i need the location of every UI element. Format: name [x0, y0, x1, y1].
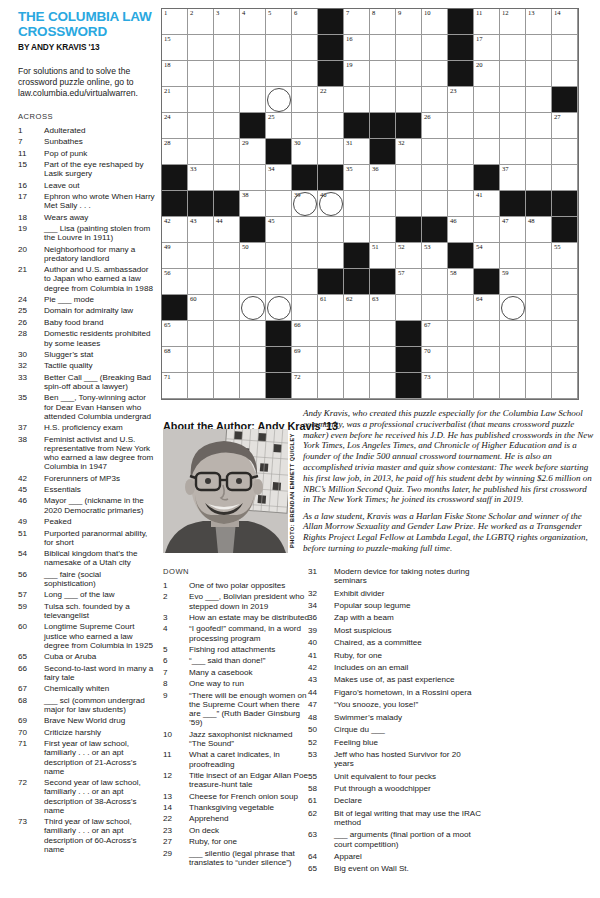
clue-text: Pop of punk: [44, 149, 155, 158]
grid-cell[interactable]: [214, 61, 240, 87]
clue-text: Chaired, as a committee: [334, 638, 482, 647]
grid-cell[interactable]: [396, 61, 422, 87]
grid-cell[interactable]: 29: [240, 139, 266, 165]
clue-number: 5: [163, 645, 189, 654]
black-cell: [526, 191, 552, 217]
clue-number: 52: [308, 738, 334, 747]
grid-cell[interactable]: [526, 61, 552, 87]
grid-cell[interactable]: [292, 113, 318, 139]
grid-cell[interactable]: [448, 347, 474, 373]
grid-cell[interactable]: [526, 269, 552, 295]
grid-cell[interactable]: [526, 35, 552, 61]
grid-cell[interactable]: [266, 191, 292, 217]
cell-number: 65: [164, 322, 171, 329]
grid-cell[interactable]: 66: [292, 321, 318, 347]
grid-cell[interactable]: [266, 269, 292, 295]
grid-cell[interactable]: 44: [214, 217, 240, 243]
grid-cell[interactable]: [344, 373, 370, 399]
grid-cell[interactable]: 2: [188, 9, 214, 35]
grid-cell[interactable]: 73: [422, 373, 448, 399]
clue-number: 27: [163, 837, 189, 846]
grid-cell[interactable]: [370, 217, 396, 243]
clue-text: ___ silentio (legal phrase that translat…: [189, 849, 311, 867]
grid-cell[interactable]: 5: [266, 9, 292, 35]
black-cell: [318, 165, 344, 191]
grid-cell[interactable]: 56: [162, 269, 188, 295]
grid-cell[interactable]: [370, 61, 396, 87]
clue-number: 30: [18, 350, 44, 359]
clue-text: Tulsa sch. founded by a televangelist: [44, 602, 155, 620]
grid-cell[interactable]: 28: [162, 139, 188, 165]
grid-cell[interactable]: [422, 191, 448, 217]
grid-cell[interactable]: 51: [370, 243, 396, 269]
grid-cell[interactable]: 58: [448, 269, 474, 295]
grid-cell[interactable]: [240, 269, 266, 295]
cell-number: 26: [424, 114, 431, 121]
grid-cell[interactable]: [474, 113, 500, 139]
grid-cell[interactable]: [422, 139, 448, 165]
grid-cell[interactable]: [500, 87, 526, 113]
grid-cell[interactable]: [500, 35, 526, 61]
grid-cell[interactable]: 40: [318, 191, 344, 217]
clue-text: Pie ___ mode: [44, 295, 155, 304]
clue-number: 31: [308, 567, 334, 585]
grid-cell[interactable]: [396, 35, 422, 61]
grid-cell[interactable]: [266, 87, 292, 113]
grid-cell[interactable]: 16: [344, 35, 370, 61]
left-column: THE COLUMBIA LAW CROSSWORD BY ANDY KRAVI…: [18, 9, 155, 856]
across-clue-66: 66Second-to-last word in many a fairy ta…: [18, 664, 155, 682]
clue-number: 1: [163, 581, 189, 590]
across-clue-1: 1Adulterated: [18, 126, 155, 135]
clue-text: Leave out: [44, 181, 155, 190]
grid-cell[interactable]: 32: [396, 139, 422, 165]
grid-cell[interactable]: [370, 347, 396, 373]
grid-cell[interactable]: [318, 321, 344, 347]
cell-number: 55: [554, 244, 561, 251]
cell-number: 50: [242, 244, 249, 251]
down-clue-47: 47“You snooze, you lose!”: [308, 700, 482, 709]
cell-number: 2: [190, 10, 193, 17]
grid-cell[interactable]: 49: [162, 243, 188, 269]
black-cell: [162, 295, 188, 321]
grid-cell[interactable]: [318, 243, 344, 269]
clue-number: 19: [18, 224, 44, 242]
grid-cell[interactable]: 17: [474, 35, 500, 61]
grid-cell[interactable]: [526, 87, 552, 113]
cell-number: 11: [476, 10, 482, 17]
grid-cell[interactable]: 50: [240, 243, 266, 269]
grid-cell[interactable]: [500, 243, 526, 269]
grid-cell[interactable]: [214, 243, 240, 269]
grid-cell[interactable]: [448, 165, 474, 191]
grid-cell[interactable]: 36: [370, 165, 396, 191]
grid-cell[interactable]: [188, 61, 214, 87]
grid-cell[interactable]: [448, 295, 474, 321]
grid-cell[interactable]: [214, 373, 240, 399]
grid-cell[interactable]: [266, 295, 292, 321]
down-clue-6: 6“___ said than done!”: [163, 656, 311, 665]
cell-number: 58: [450, 270, 457, 277]
grid-cell[interactable]: [448, 139, 474, 165]
grid-cell[interactable]: [188, 347, 214, 373]
grid-cell[interactable]: 46: [448, 217, 474, 243]
grid-cell[interactable]: [474, 217, 500, 243]
grid-cell[interactable]: 20: [474, 61, 500, 87]
grid-cell[interactable]: [422, 295, 448, 321]
grid-cell[interactable]: [448, 113, 474, 139]
grid-cell[interactable]: [448, 191, 474, 217]
grid-cell[interactable]: [526, 295, 552, 321]
grid-cell[interactable]: 7: [344, 9, 370, 35]
clue-number: 44: [308, 688, 334, 697]
grid-cell[interactable]: [500, 321, 526, 347]
black-cell: [266, 347, 292, 373]
grid-cell[interactable]: [292, 61, 318, 87]
grid-cell[interactable]: 10: [422, 9, 448, 35]
grid-cell[interactable]: 12: [500, 9, 526, 35]
cell-number: 35: [346, 166, 353, 173]
clue-number: 72: [18, 778, 44, 815]
grid-cell[interactable]: 68: [162, 347, 188, 373]
clue-text: Thanksgiving vegetable: [189, 803, 311, 812]
cell-number: 62: [346, 296, 353, 303]
grid-cell[interactable]: [188, 373, 214, 399]
clue-text: On deck: [189, 826, 311, 835]
grid-cell[interactable]: [240, 165, 266, 191]
grid-cell[interactable]: 37: [500, 165, 526, 191]
cell-number: 36: [372, 166, 379, 173]
grid-cell[interactable]: [266, 61, 292, 87]
grid-cell[interactable]: 71: [162, 373, 188, 399]
grid-cell[interactable]: [474, 373, 500, 399]
clue-text: “There will be enough women on the Supre…: [189, 691, 311, 728]
grid-cell[interactable]: [188, 321, 214, 347]
grid-cell[interactable]: 61: [318, 295, 344, 321]
grid-cell[interactable]: [318, 217, 344, 243]
grid-cell[interactable]: [240, 35, 266, 61]
across-clue-56: 56___ faire (social sophistication): [18, 570, 155, 588]
across-clue-60: 60Longtime Supreme Court justice who ear…: [18, 622, 155, 650]
grid-cell[interactable]: [552, 61, 578, 87]
cell-number: 25: [268, 114, 275, 121]
grid-cell[interactable]: [500, 295, 526, 321]
grid-cell[interactable]: [526, 321, 552, 347]
grid-cell[interactable]: 47: [500, 217, 526, 243]
across-clue-25: 25Domain for admiralty law: [18, 306, 155, 315]
grid-cell[interactable]: [214, 347, 240, 373]
cell-number: 59: [502, 270, 509, 277]
grid-cell[interactable]: [370, 373, 396, 399]
down-clue-39: 39Most suspicious: [308, 626, 482, 635]
grid-cell[interactable]: [188, 87, 214, 113]
grid-cell[interactable]: 72: [292, 373, 318, 399]
grid-cell[interactable]: [474, 347, 500, 373]
grid-cell[interactable]: [552, 139, 578, 165]
cell-number: 53: [424, 244, 431, 251]
grid-cell[interactable]: 35: [344, 165, 370, 191]
grid-cell[interactable]: [500, 139, 526, 165]
grid-cell[interactable]: 1: [162, 9, 188, 35]
clue-number: 42: [308, 663, 334, 672]
grid-cell[interactable]: [422, 269, 448, 295]
clue-number: 15: [18, 160, 44, 178]
grid-cell[interactable]: 38: [240, 191, 266, 217]
grid-cell[interactable]: 27: [552, 113, 578, 139]
grid-cell[interactable]: 55: [552, 243, 578, 269]
black-cell: [240, 113, 266, 139]
grid-cell[interactable]: [422, 165, 448, 191]
grid-cell[interactable]: [552, 269, 578, 295]
grid-cell[interactable]: 14: [552, 9, 578, 35]
grid-cell[interactable]: 26: [422, 113, 448, 139]
grid-cell[interactable]: 39: [292, 191, 318, 217]
grid-cell[interactable]: [214, 113, 240, 139]
grid-cell[interactable]: 9: [396, 9, 422, 35]
cell-number: 39: [294, 192, 301, 199]
grid-cell[interactable]: [292, 217, 318, 243]
grid-cell[interactable]: 70: [422, 347, 448, 373]
clue-text: Longtime Supreme Court justice who earne…: [44, 622, 155, 650]
grid-cell[interactable]: [214, 165, 240, 191]
grid-cell[interactable]: 54: [474, 243, 500, 269]
grid-cell[interactable]: [448, 321, 474, 347]
grid-cell[interactable]: [370, 35, 396, 61]
clue-text: First year of law school, familiarly . .…: [44, 739, 155, 776]
grid-cell[interactable]: [188, 139, 214, 165]
grid-cell[interactable]: [370, 87, 396, 113]
cell-number: 12: [502, 10, 509, 17]
clue-number: 65: [308, 864, 334, 873]
grid-cell[interactable]: [292, 35, 318, 61]
grid-cell[interactable]: [552, 165, 578, 191]
grid-cell[interactable]: 57: [396, 269, 422, 295]
grid-cell[interactable]: 53: [422, 243, 448, 269]
clue-number: 51: [18, 529, 44, 547]
clue-number: 41: [308, 651, 334, 660]
across-clue-37: 37H.S. proficiency exam: [18, 423, 155, 432]
clue-text: Chemically whiten: [44, 684, 155, 693]
clue-text: “You snooze, you lose!”: [334, 700, 482, 709]
grid-cell[interactable]: 65: [162, 321, 188, 347]
grid-cell[interactable]: [526, 113, 552, 139]
grid-cell[interactable]: [422, 35, 448, 61]
grid-cell[interactable]: [396, 165, 422, 191]
grid-cell[interactable]: 31: [344, 139, 370, 165]
clue-number: 11: [163, 750, 189, 768]
clue-text: Second year of law school, familiarly . …: [44, 778, 155, 815]
clue-number: 40: [308, 638, 334, 647]
grid-cell[interactable]: [552, 35, 578, 61]
grid-cell[interactable]: [240, 87, 266, 113]
grid-cell[interactable]: [500, 113, 526, 139]
grid-cell[interactable]: 33: [188, 165, 214, 191]
grid-cell[interactable]: [240, 295, 266, 321]
clue-text: Better Call ___ (Breaking Bad spin-off a…: [44, 373, 155, 391]
grid-cell[interactable]: [552, 295, 578, 321]
grid-cell[interactable]: 18: [162, 61, 188, 87]
cell-number: 18: [164, 62, 171, 69]
grid-cell[interactable]: [344, 217, 370, 243]
clue-text: Unit equivalent to four pecks: [334, 772, 482, 781]
grid-cell[interactable]: [214, 87, 240, 113]
clue-text: Baby food brand: [44, 318, 155, 327]
photo-credit: PHOTO: BRENDAN EMMETT QUIGLEY: [289, 429, 295, 553]
down-clue-43: 43Makes use of, as past experience: [308, 675, 482, 684]
cell-number: 24: [164, 114, 171, 121]
clue-text: Big event on Wall St.: [334, 864, 482, 873]
grid-cell[interactable]: [292, 243, 318, 269]
grid-cell[interactable]: 4: [240, 9, 266, 35]
clue-number: 35: [18, 393, 44, 421]
clue-number: 33: [18, 373, 44, 391]
grid-cell[interactable]: [214, 321, 240, 347]
grid-cell[interactable]: 41: [474, 191, 500, 217]
grid-cell[interactable]: [240, 61, 266, 87]
grid-cell[interactable]: [292, 269, 318, 295]
grid-cell[interactable]: 63: [370, 295, 396, 321]
grid-cell[interactable]: [214, 295, 240, 321]
intro-text: For solutions and to solve the crossword…: [18, 66, 151, 98]
grid-cell[interactable]: [500, 61, 526, 87]
cell-number: 17: [476, 36, 483, 43]
grid-cell[interactable]: 11: [474, 9, 500, 35]
grid-cell[interactable]: [552, 373, 578, 399]
clue-number: 12: [163, 771, 189, 789]
grid-cell[interactable]: [370, 321, 396, 347]
across-clue-42: 42Forerunners of MP3s: [18, 474, 155, 483]
grid-cell[interactable]: [266, 243, 292, 269]
grid-cell[interactable]: 45: [266, 217, 292, 243]
clue-text: ___ arguments (final portion of a moot c…: [334, 830, 482, 848]
page-title: THE COLUMBIA LAW CROSSWORD: [18, 9, 155, 39]
clue-number: 14: [163, 803, 189, 812]
grid-cell[interactable]: [500, 373, 526, 399]
grid-cell[interactable]: [526, 373, 552, 399]
grid-cell[interactable]: [292, 87, 318, 113]
grid-cell[interactable]: 8: [370, 9, 396, 35]
grid-cell[interactable]: [214, 269, 240, 295]
clue-text: Evo ___, Bolivian president who stepped …: [189, 592, 311, 610]
cell-number: 33: [190, 166, 197, 173]
grid-cell[interactable]: 64: [474, 295, 500, 321]
grid-cell[interactable]: 24: [162, 113, 188, 139]
clue-text: Third year of law school, familiarly . .…: [44, 817, 155, 854]
grid-cell[interactable]: [240, 347, 266, 373]
grid-cell[interactable]: [448, 373, 474, 399]
grid-cell[interactable]: [474, 87, 500, 113]
grid-cell[interactable]: [552, 321, 578, 347]
down-clue-2: 2Evo ___, Bolivian president who stepped…: [163, 592, 311, 610]
down-clue-4: 4“I goofed!” command, in a word processi…: [163, 624, 311, 642]
grid-cell[interactable]: [344, 347, 370, 373]
grid-cell[interactable]: [422, 87, 448, 113]
grid-cell[interactable]: 30: [292, 139, 318, 165]
grid-cell[interactable]: 3: [214, 9, 240, 35]
grid-cell[interactable]: [240, 321, 266, 347]
grid-cell[interactable]: [526, 243, 552, 269]
grid-cell[interactable]: [214, 139, 240, 165]
grid-cell[interactable]: [474, 321, 500, 347]
across-clue-26: 26Baby food brand: [18, 318, 155, 327]
grid-cell[interactable]: [344, 191, 370, 217]
grid-cell[interactable]: [474, 139, 500, 165]
grid-cell[interactable]: [240, 373, 266, 399]
grid-cell[interactable]: 13: [526, 9, 552, 35]
clue-number: 64: [308, 852, 334, 861]
grid-cell[interactable]: [266, 35, 292, 61]
across-clue-51: 51Purported paranormal ability, for shor…: [18, 529, 155, 547]
grid-cell[interactable]: 22: [318, 87, 344, 113]
grid-cell[interactable]: [344, 321, 370, 347]
grid-cell[interactable]: 6: [292, 9, 318, 35]
clue-text: Brave New World drug: [44, 716, 155, 725]
grid-cell[interactable]: [318, 373, 344, 399]
across-clue-49: 49Peaked: [18, 517, 155, 526]
grid-cell[interactable]: [318, 113, 344, 139]
grid-cell[interactable]: 48: [526, 217, 552, 243]
grid-cell[interactable]: 59: [500, 269, 526, 295]
grid-cell[interactable]: 42: [162, 217, 188, 243]
clue-number: 50: [308, 725, 334, 734]
grid-cell[interactable]: [188, 243, 214, 269]
clue-number: 34: [308, 601, 334, 610]
clue-text: Makes use of, as past experience: [334, 675, 482, 684]
grid-cell[interactable]: [188, 269, 214, 295]
cell-number: 1: [164, 10, 167, 17]
grid-cell[interactable]: [422, 61, 448, 87]
grid-cell[interactable]: [370, 191, 396, 217]
cell-number: 40: [320, 192, 327, 199]
grid-cell[interactable]: [526, 139, 552, 165]
clue-text: H.S. proficiency exam: [44, 423, 155, 432]
grid-cell[interactable]: 25: [266, 113, 292, 139]
grid-cell[interactable]: 19: [344, 61, 370, 87]
grid-cell[interactable]: 43: [188, 217, 214, 243]
grid-cell[interactable]: [396, 87, 422, 113]
grid-cell[interactable]: [292, 295, 318, 321]
grid-cell[interactable]: [396, 295, 422, 321]
clue-text: Second-to-last word in many a fairy tale: [44, 664, 155, 682]
grid-cell[interactable]: [318, 347, 344, 373]
grid-cell[interactable]: 34: [266, 165, 292, 191]
down-clue-8: 8One way to run: [163, 679, 311, 688]
grid-cell[interactable]: [552, 347, 578, 373]
grid-cell[interactable]: [318, 139, 344, 165]
grid-cell[interactable]: [344, 87, 370, 113]
grid-cell[interactable]: 67: [422, 321, 448, 347]
clue-number: 56: [18, 570, 44, 588]
grid-cell[interactable]: [188, 35, 214, 61]
grid-cell[interactable]: 23: [448, 87, 474, 113]
grid-cell[interactable]: 21: [162, 87, 188, 113]
clue-number: 11: [18, 149, 44, 158]
grid-cell[interactable]: [396, 191, 422, 217]
grid-cell[interactable]: [500, 347, 526, 373]
grid-cell[interactable]: 62: [344, 295, 370, 321]
clue-text: Exhibit divider: [334, 589, 482, 598]
grid-cell[interactable]: [526, 165, 552, 191]
clue-number: 13: [163, 792, 189, 801]
grid-cell[interactable]: [188, 113, 214, 139]
grid-cell[interactable]: 69: [292, 347, 318, 373]
grid-cell[interactable]: 52: [396, 243, 422, 269]
grid-cell[interactable]: [526, 347, 552, 373]
grid-cell[interactable]: [214, 35, 240, 61]
grid-cell[interactable]: 15: [162, 35, 188, 61]
grid-cell[interactable]: 60: [188, 295, 214, 321]
across-heading: ACROSS: [18, 112, 155, 121]
